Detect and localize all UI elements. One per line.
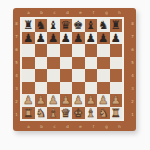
file-label-a: a (22, 9, 35, 16)
rank-label-8: 8 (13, 17, 20, 30)
piece-white-knight: ♞ (36, 107, 46, 119)
piece-white-pawn: ♟ (73, 94, 83, 106)
square-h2[interactable]: ♟ (110, 94, 123, 107)
square-f8[interactable]: ♝ (85, 19, 98, 32)
file-label-h: h (113, 9, 126, 16)
square-g7[interactable]: ♟ (97, 32, 110, 45)
piece-black-pawn: ♟ (48, 32, 58, 44)
piece-white-pawn: ♟ (23, 94, 33, 106)
rank-label-6: 6 (13, 43, 20, 56)
piece-white-knight: ♞ (98, 107, 108, 119)
piece-white-rook: ♜ (111, 107, 121, 119)
rank-label-5: 5 (129, 56, 136, 69)
square-e8[interactable]: ♚ (72, 19, 85, 32)
file-label-d: d (61, 123, 74, 130)
square-g8[interactable]: ♞ (97, 19, 110, 32)
file-label-c: c (48, 123, 61, 130)
square-c7[interactable]: ♟ (47, 32, 60, 45)
rank-label-3: 3 (13, 82, 20, 95)
square-g5[interactable] (97, 57, 110, 70)
square-a3[interactable] (22, 82, 35, 95)
piece-black-knight: ♞ (36, 19, 46, 31)
file-label-b: b (35, 123, 48, 130)
square-b3[interactable] (35, 82, 48, 95)
piece-black-bishop: ♝ (86, 19, 96, 31)
piece-black-pawn: ♟ (86, 32, 96, 44)
square-a2[interactable]: ♟ (22, 94, 35, 107)
piece-black-rook: ♜ (23, 19, 33, 31)
file-label-b: b (35, 9, 48, 16)
piece-black-bishop: ♝ (48, 19, 58, 31)
square-f4[interactable] (85, 69, 98, 82)
file-label-h: h (113, 123, 126, 130)
rank-label-3: 3 (129, 82, 136, 95)
square-c2[interactable]: ♟ (47, 94, 60, 107)
square-f2[interactable]: ♟ (85, 94, 98, 107)
square-d1[interactable]: ♛ (60, 107, 73, 120)
square-e1[interactable]: ♚ (72, 107, 85, 120)
square-h3[interactable] (110, 82, 123, 95)
square-c8[interactable]: ♝ (47, 19, 60, 32)
chessboard-frame: abcdefgh abcdefgh 87654321 87654321 ♜♞♝♛… (13, 8, 136, 131)
piece-black-pawn: ♟ (73, 32, 83, 44)
file-label-g: g (100, 9, 113, 16)
rank-label-2: 2 (13, 95, 20, 108)
chessboard-play-area: ♜♞♝♛♚♝♞♜♟♟♟♟♟♟♟♟♟♟♟♟♟♟♟♟♜♞♝♛♚♝♞♜ (20, 17, 124, 121)
square-h7[interactable]: ♟ (110, 32, 123, 45)
square-e5[interactable] (72, 57, 85, 70)
square-f1[interactable]: ♝ (85, 107, 98, 120)
square-a8[interactable]: ♜ (22, 19, 35, 32)
piece-black-pawn: ♟ (111, 32, 121, 44)
square-a7[interactable]: ♟ (22, 32, 35, 45)
rank-label-2: 2 (129, 95, 136, 108)
rank-label-1: 1 (13, 108, 20, 121)
piece-white-queen: ♛ (61, 107, 71, 119)
square-g2[interactable]: ♟ (97, 94, 110, 107)
square-g1[interactable]: ♞ (97, 107, 110, 120)
piece-white-pawn: ♟ (111, 94, 121, 106)
square-e7[interactable]: ♟ (72, 32, 85, 45)
square-d2[interactable]: ♟ (60, 94, 73, 107)
square-b5[interactable] (35, 57, 48, 70)
piece-white-king: ♚ (73, 107, 83, 119)
file-label-g: g (100, 123, 113, 130)
piece-white-bishop: ♝ (48, 107, 58, 119)
file-label-e: e (74, 9, 87, 16)
file-label-a: a (22, 123, 35, 130)
square-c3[interactable] (47, 82, 60, 95)
piece-white-pawn: ♟ (86, 94, 96, 106)
square-a4[interactable] (22, 69, 35, 82)
square-g3[interactable] (97, 82, 110, 95)
file-label-f: f (87, 9, 100, 16)
file-labels-top: abcdefgh (22, 9, 126, 16)
square-h8[interactable]: ♜ (110, 19, 123, 32)
rank-label-6: 6 (129, 43, 136, 56)
square-h1[interactable]: ♜ (110, 107, 123, 120)
square-d4[interactable] (60, 69, 73, 82)
rank-labels-left: 87654321 (13, 17, 20, 121)
piece-black-queen: ♛ (61, 19, 71, 31)
square-f7[interactable]: ♟ (85, 32, 98, 45)
square-d3[interactable] (60, 82, 73, 95)
square-b2[interactable]: ♟ (35, 94, 48, 107)
square-f5[interactable] (85, 57, 98, 70)
square-g6[interactable] (97, 44, 110, 57)
square-a5[interactable] (22, 57, 35, 70)
square-e6[interactable] (72, 44, 85, 57)
file-labels-bottom: abcdefgh (22, 123, 126, 130)
square-d8[interactable]: ♛ (60, 19, 73, 32)
file-label-c: c (48, 9, 61, 16)
piece-black-pawn: ♟ (36, 32, 46, 44)
piece-white-pawn: ♟ (98, 94, 108, 106)
square-c5[interactable] (47, 57, 60, 70)
square-h5[interactable] (110, 57, 123, 70)
square-d6[interactable] (60, 44, 73, 57)
square-g4[interactable] (97, 69, 110, 82)
square-a1[interactable]: ♜ (22, 107, 35, 120)
square-h6[interactable] (110, 44, 123, 57)
square-c1[interactable]: ♝ (47, 107, 60, 120)
file-label-f: f (87, 123, 100, 130)
square-e3[interactable] (72, 82, 85, 95)
rank-label-7: 7 (13, 30, 20, 43)
square-d7[interactable]: ♟ (60, 32, 73, 45)
square-e4[interactable] (72, 69, 85, 82)
rank-label-4: 4 (129, 69, 136, 82)
rank-label-1: 1 (129, 108, 136, 121)
file-label-e: e (74, 123, 87, 130)
square-b4[interactable] (35, 69, 48, 82)
square-e2[interactable]: ♟ (72, 94, 85, 107)
square-f3[interactable] (85, 82, 98, 95)
square-b7[interactable]: ♟ (35, 32, 48, 45)
file-label-d: d (61, 9, 74, 16)
piece-white-pawn: ♟ (36, 94, 46, 106)
chessboard: ♜♞♝♛♚♝♞♜♟♟♟♟♟♟♟♟♟♟♟♟♟♟♟♟♜♞♝♛♚♝♞♜ (22, 19, 122, 119)
rank-label-7: 7 (129, 30, 136, 43)
square-a6[interactable] (22, 44, 35, 57)
square-f6[interactable] (85, 44, 98, 57)
piece-white-pawn: ♟ (61, 94, 71, 106)
rank-labels-right: 87654321 (129, 17, 136, 121)
piece-white-rook: ♜ (23, 107, 33, 119)
square-b6[interactable] (35, 44, 48, 57)
piece-black-pawn: ♟ (23, 32, 33, 44)
piece-black-pawn: ♟ (98, 32, 108, 44)
piece-black-rook: ♜ (111, 19, 121, 31)
piece-white-bishop: ♝ (86, 107, 96, 119)
piece-black-knight: ♞ (98, 19, 108, 31)
rank-label-8: 8 (129, 17, 136, 30)
square-b1[interactable]: ♞ (35, 107, 48, 120)
square-d5[interactable] (60, 57, 73, 70)
piece-black-pawn: ♟ (61, 32, 71, 44)
square-c4[interactable] (47, 69, 60, 82)
square-c6[interactable] (47, 44, 60, 57)
square-h4[interactable] (110, 69, 123, 82)
piece-white-pawn: ♟ (48, 94, 58, 106)
piece-black-king: ♚ (73, 19, 83, 31)
rank-label-5: 5 (13, 56, 20, 69)
rank-label-4: 4 (13, 69, 20, 82)
square-b8[interactable]: ♞ (35, 19, 48, 32)
